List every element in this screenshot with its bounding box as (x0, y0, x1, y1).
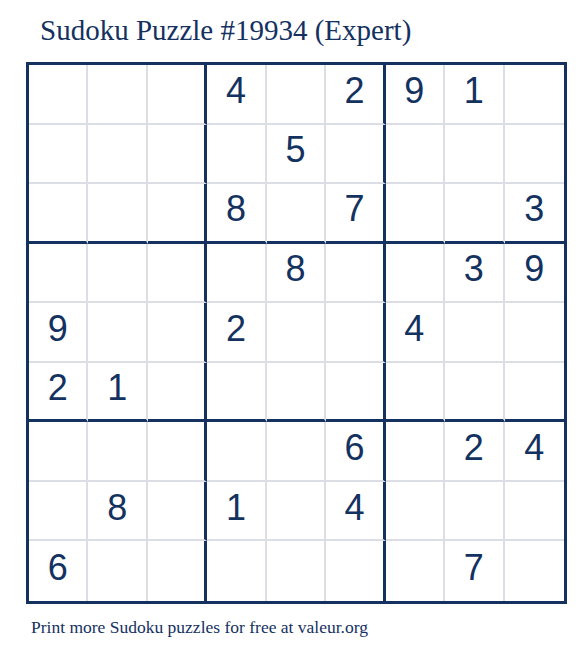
given-digit: 5 (285, 129, 305, 171)
cell-r1c4: 4 (207, 65, 266, 125)
cell-r2c6 (326, 125, 385, 185)
given-digit: 6 (344, 427, 364, 469)
cell-r6c4 (207, 363, 266, 423)
cell-r4c4 (207, 244, 266, 304)
cell-r3c4: 8 (207, 184, 266, 244)
cell-r9c9 (505, 541, 564, 601)
given-digit: 4 (344, 487, 364, 529)
cell-r4c6 (326, 244, 385, 304)
cell-r9c1: 6 (29, 541, 88, 601)
cell-r4c1 (29, 244, 88, 304)
cell-r9c2 (88, 541, 147, 601)
given-digit: 2 (226, 308, 246, 350)
given-digit: 1 (464, 70, 484, 112)
given-digit: 1 (226, 487, 246, 529)
cell-r1c9 (505, 65, 564, 125)
cell-r7c6: 6 (326, 422, 385, 482)
cell-r4c8: 3 (445, 244, 504, 304)
given-digit: 8 (285, 248, 305, 290)
cell-r2c9 (505, 125, 564, 185)
cell-r6c1: 2 (29, 363, 88, 423)
given-digit: 2 (344, 70, 364, 112)
cell-r7c4 (207, 422, 266, 482)
cell-r8c6: 4 (326, 482, 385, 542)
cell-r8c2: 8 (88, 482, 147, 542)
cell-r4c9: 9 (505, 244, 564, 304)
cell-r9c5 (267, 541, 326, 601)
footer-text: Print more Sudoku puzzles for free at va… (31, 617, 368, 638)
cell-r1c5 (267, 65, 326, 125)
cell-r1c7: 9 (386, 65, 445, 125)
cell-r3c5 (267, 184, 326, 244)
cell-r8c3 (148, 482, 207, 542)
cell-r4c7 (386, 244, 445, 304)
cell-r2c8 (445, 125, 504, 185)
cell-r4c5: 8 (267, 244, 326, 304)
cell-r5c3 (148, 303, 207, 363)
cell-r5c4: 2 (207, 303, 266, 363)
cell-r3c7 (386, 184, 445, 244)
cell-r1c8: 1 (445, 65, 504, 125)
given-digit: 3 (464, 248, 484, 290)
given-digit: 2 (48, 367, 68, 409)
cell-r5c9 (505, 303, 564, 363)
given-digit: 9 (524, 248, 544, 290)
cell-r7c8: 2 (445, 422, 504, 482)
cell-r1c2 (88, 65, 147, 125)
cell-r2c7 (386, 125, 445, 185)
cell-r8c5 (267, 482, 326, 542)
cell-r6c8 (445, 363, 504, 423)
cell-r3c1 (29, 184, 88, 244)
cell-r6c3 (148, 363, 207, 423)
sudoku-grid: 429158738399242162481467 (26, 62, 567, 604)
cell-r5c7: 4 (386, 303, 445, 363)
cell-r6c6 (326, 363, 385, 423)
given-digit: 8 (107, 487, 127, 529)
cell-r2c1 (29, 125, 88, 185)
cell-r6c5 (267, 363, 326, 423)
cell-r2c3 (148, 125, 207, 185)
cell-r3c3 (148, 184, 207, 244)
cell-r5c2 (88, 303, 147, 363)
cell-r3c2 (88, 184, 147, 244)
cell-r1c6: 2 (326, 65, 385, 125)
cell-r6c2: 1 (88, 363, 147, 423)
cell-r8c1 (29, 482, 88, 542)
given-digit: 1 (107, 367, 127, 409)
cell-r9c7 (386, 541, 445, 601)
cell-r9c3 (148, 541, 207, 601)
given-digit: 2 (464, 427, 484, 469)
cell-r3c9: 3 (505, 184, 564, 244)
given-digit: 4 (404, 308, 424, 350)
cell-r2c2 (88, 125, 147, 185)
cell-r5c5 (267, 303, 326, 363)
cell-r7c9: 4 (505, 422, 564, 482)
given-digit: 6 (48, 547, 68, 589)
given-digit: 9 (404, 70, 424, 112)
cell-r7c5 (267, 422, 326, 482)
cell-r8c8 (445, 482, 504, 542)
given-digit: 8 (226, 188, 246, 230)
cell-r8c4: 1 (207, 482, 266, 542)
cell-r5c1: 9 (29, 303, 88, 363)
cell-r3c8 (445, 184, 504, 244)
given-digit: 7 (344, 188, 364, 230)
given-digit: 3 (524, 188, 544, 230)
cell-r5c6 (326, 303, 385, 363)
cell-r8c9 (505, 482, 564, 542)
cell-r2c5: 5 (267, 125, 326, 185)
cell-r3c6: 7 (326, 184, 385, 244)
cell-r9c8: 7 (445, 541, 504, 601)
given-digit: 7 (464, 547, 484, 589)
cell-r1c1 (29, 65, 88, 125)
page-title: Sudoku Puzzle #19934 (Expert) (40, 14, 411, 47)
given-digit: 9 (48, 308, 68, 350)
cell-r4c2 (88, 244, 147, 304)
cell-r7c2 (88, 422, 147, 482)
cell-r7c3 (148, 422, 207, 482)
cell-r7c7 (386, 422, 445, 482)
cell-r4c3 (148, 244, 207, 304)
cell-r8c7 (386, 482, 445, 542)
cell-r6c9 (505, 363, 564, 423)
cell-r9c4 (207, 541, 266, 601)
cell-r1c3 (148, 65, 207, 125)
cell-r2c4 (207, 125, 266, 185)
cell-r6c7 (386, 363, 445, 423)
given-digit: 4 (226, 70, 246, 112)
cell-r9c6 (326, 541, 385, 601)
given-digit: 4 (524, 427, 544, 469)
cell-r5c8 (445, 303, 504, 363)
cell-r7c1 (29, 422, 88, 482)
